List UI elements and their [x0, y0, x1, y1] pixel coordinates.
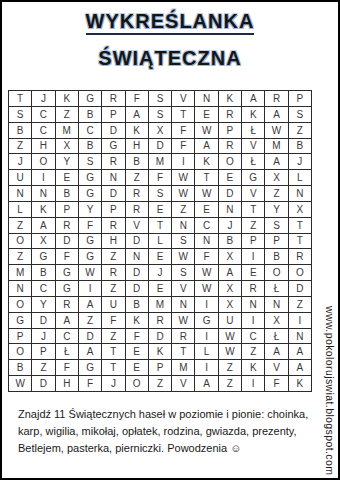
grid-cell[interactable]: I — [289, 313, 312, 329]
page-title-underlined-text: WYKREŚLANKA — [86, 10, 255, 35]
grid-cell[interactable]: E — [242, 265, 265, 281]
grid-cell[interactable]: W — [172, 170, 195, 186]
grid-cell[interactable]: I — [242, 249, 265, 265]
grid-cell[interactable]: N — [242, 297, 265, 313]
grid-cell[interactable]: R — [242, 281, 265, 297]
grid-cell[interactable]: L — [149, 234, 172, 250]
grid-cell[interactable]: O — [9, 297, 32, 313]
grid-cell[interactable]: C — [32, 107, 55, 123]
grid-cell[interactable]: R — [219, 107, 242, 123]
grid-cell[interactable]: N — [9, 186, 32, 202]
grid-cell[interactable]: P — [219, 123, 242, 139]
grid-cell[interactable]: W — [195, 123, 218, 139]
grid-cell[interactable]: P — [56, 202, 79, 218]
grid-cell[interactable]: Z — [79, 313, 102, 329]
grid-cell[interactable]: F — [172, 139, 195, 155]
grid-cell[interactable]: G — [79, 91, 102, 107]
grid-cell[interactable]: R — [102, 91, 125, 107]
grid-cell[interactable]: K — [126, 313, 149, 329]
grid-cell[interactable]: T — [102, 344, 125, 360]
grid-cell[interactable]: X — [289, 202, 312, 218]
grid-cell[interactable]: E — [149, 249, 172, 265]
grid-cell[interactable]: Z — [102, 281, 125, 297]
grid-cell[interactable]: J — [32, 329, 55, 345]
grid-cell[interactable]: A — [195, 376, 218, 392]
grid-cell[interactable]: D — [102, 123, 125, 139]
grid-cell[interactable]: F — [265, 376, 288, 392]
grid-cell[interactable]: S — [172, 265, 195, 281]
grid-cell[interactable]: B — [126, 154, 149, 170]
grid-cell[interactable]: S — [265, 218, 288, 234]
grid-cell[interactable]: W — [195, 186, 218, 202]
grid-cell[interactable]: D — [32, 376, 55, 392]
grid-cell[interactable]: N — [289, 186, 312, 202]
grid-cell[interactable]: O — [265, 265, 288, 281]
grid-cell[interactable]: R — [102, 265, 125, 281]
grid-cell[interactable]: C — [32, 123, 55, 139]
grid-cell[interactable]: K — [32, 202, 55, 218]
grid-cell[interactable]: I — [79, 281, 102, 297]
grid-cell[interactable]: Z — [172, 202, 195, 218]
grid-cell[interactable]: U — [9, 170, 32, 186]
grid-cell[interactable]: W — [219, 329, 242, 345]
grid-cell[interactable]: K — [242, 107, 265, 123]
grid-cell[interactable]: X — [32, 234, 55, 250]
grid-cell[interactable]: D — [149, 329, 172, 345]
grid-cell[interactable]: W — [265, 123, 288, 139]
grid-cell[interactable]: E — [219, 170, 242, 186]
grid-cell[interactable]: U — [219, 313, 242, 329]
grid-cell[interactable]: P — [149, 360, 172, 376]
grid-cell[interactable]: X — [265, 313, 288, 329]
grid-cell[interactable]: T — [195, 170, 218, 186]
grid-cell[interactable]: A — [79, 344, 102, 360]
grid-cell[interactable]: G — [79, 249, 102, 265]
grid-cell[interactable]: K — [56, 91, 79, 107]
title-block: WYKREŚLANKA ŚWIĄTECZNA — [2, 10, 338, 70]
grid-cell[interactable]: A — [242, 91, 265, 107]
grid-cell[interactable]: J — [289, 154, 312, 170]
grid-cell[interactable]: R — [149, 313, 172, 329]
grid-cell[interactable]: Y — [56, 154, 79, 170]
grid-cell[interactable]: D — [126, 281, 149, 297]
grid-cell[interactable]: D — [32, 313, 55, 329]
grid-cell[interactable]: W — [219, 344, 242, 360]
grid-cell[interactable]: C — [56, 329, 79, 345]
grid-cell[interactable]: R — [102, 218, 125, 234]
grid-cell[interactable]: M — [149, 297, 172, 313]
grid-cell[interactable]: V — [172, 91, 195, 107]
grid-cell[interactable]: F — [126, 91, 149, 107]
grid-cell[interactable]: K — [242, 360, 265, 376]
grid-cell[interactable]: R — [265, 91, 288, 107]
grid-cell[interactable]: S — [289, 107, 312, 123]
grid-cell[interactable]: I — [242, 376, 265, 392]
grid-cell[interactable]: O — [9, 234, 32, 250]
grid-cell[interactable]: D — [126, 234, 149, 250]
grid-cell[interactable]: T — [172, 344, 195, 360]
grid-cell[interactable]: X — [149, 123, 172, 139]
grid-cell[interactable]: D — [102, 186, 125, 202]
grid-cell[interactable]: H — [32, 139, 55, 155]
word-grid: TJKGRFSVNKARPSCZBPASTERKASBCMCDKXFWPŁWZZ… — [8, 90, 312, 392]
grid-cell[interactable]: X — [219, 281, 242, 297]
grid-cell[interactable]: Z — [126, 170, 149, 186]
grid-cell[interactable]: W — [172, 249, 195, 265]
grid-cell[interactable]: Ł — [242, 154, 265, 170]
grid-cell[interactable]: T — [289, 234, 312, 250]
grid-cell[interactable]: G — [195, 313, 218, 329]
grid-cell[interactable]: C — [32, 281, 55, 297]
grid-cell[interactable]: C — [79, 123, 102, 139]
grid-cell[interactable]: Z — [9, 139, 32, 155]
grid-cell[interactable]: W — [172, 186, 195, 202]
grid-cell[interactable]: Z — [149, 376, 172, 392]
grid-cell[interactable]: Ł — [242, 123, 265, 139]
grid-cell[interactable]: W — [172, 313, 195, 329]
grid-cell[interactable]: A — [219, 265, 242, 281]
grid-cell[interactable]: Ł — [56, 344, 79, 360]
grid-cell[interactable]: D — [289, 281, 312, 297]
grid-cell[interactable]: I — [172, 154, 195, 170]
grid-cell[interactable]: P — [102, 107, 125, 123]
grid-cell[interactable]: J — [149, 265, 172, 281]
grid-cell[interactable]: J — [9, 154, 32, 170]
grid-cell[interactable]: F — [172, 123, 195, 139]
grid-cell[interactable]: B — [56, 186, 79, 202]
grid-cell[interactable]: I — [195, 297, 218, 313]
grid-cell[interactable]: S — [79, 154, 102, 170]
grid-cell[interactable]: O — [9, 344, 32, 360]
grid-cell[interactable]: V — [172, 281, 195, 297]
grid-cell[interactable]: Z — [56, 107, 79, 123]
grid-cell[interactable]: M — [172, 360, 195, 376]
grid-cell[interactable]: F — [149, 170, 172, 186]
grid-cell[interactable]: Z — [9, 218, 32, 234]
grid-cell[interactable]: A — [289, 344, 312, 360]
instructions-text: Znajdź 11 Świątecznych haseł w poziomie … — [18, 406, 318, 457]
grid-cell[interactable]: E — [56, 170, 79, 186]
grid-cell[interactable]: H — [56, 376, 79, 392]
puzzle-page: WYKREŚLANKA ŚWIĄTECZNA TJKGRFSVNKARPSCZB… — [0, 0, 340, 480]
grid-cell[interactable]: T — [149, 218, 172, 234]
grid-cell[interactable]: V — [172, 376, 195, 392]
grid-cell[interactable]: P — [242, 234, 265, 250]
grid-cell[interactable]: N — [195, 234, 218, 250]
grid-cell[interactable]: X — [56, 139, 79, 155]
grid-cell[interactable]: N — [289, 329, 312, 345]
grid-cell[interactable]: R — [56, 218, 79, 234]
grid-cell[interactable]: B — [79, 107, 102, 123]
grid-cell[interactable]: R — [219, 139, 242, 155]
grid-cell[interactable]: P — [102, 202, 125, 218]
grid-cell[interactable]: M — [56, 123, 79, 139]
grid-cell[interactable]: V — [242, 139, 265, 155]
grid-cell[interactable]: D — [56, 234, 79, 250]
grid-cell[interactable]: G — [32, 249, 55, 265]
grid-cell[interactable]: X — [265, 170, 288, 186]
grid-cell[interactable]: R — [289, 249, 312, 265]
grid-cell[interactable]: W — [79, 265, 102, 281]
grid-cell[interactable]: F — [79, 218, 102, 234]
grid-cell[interactable]: W — [9, 376, 32, 392]
grid-cell[interactable]: G — [242, 170, 265, 186]
grid-cell[interactable]: V — [242, 186, 265, 202]
grid-cell[interactable]: M — [149, 154, 172, 170]
grid-cell[interactable]: Z — [219, 376, 242, 392]
grid-cell[interactable]: B — [32, 265, 55, 281]
grid-cell[interactable]: I — [195, 329, 218, 345]
grid-cell[interactable]: B — [9, 360, 32, 376]
grid-cell[interactable]: V — [126, 218, 149, 234]
grid-cell[interactable]: A — [289, 360, 312, 376]
grid-cell[interactable]: O — [219, 154, 242, 170]
grid-cell[interactable]: O — [289, 265, 312, 281]
grid-cell[interactable]: B — [265, 249, 288, 265]
grid-cell[interactable]: P — [32, 344, 55, 360]
grid-cell[interactable]: R — [102, 154, 125, 170]
grid-cell[interactable]: Ł — [265, 329, 288, 345]
grid-cell[interactable]: L — [195, 344, 218, 360]
grid-cell[interactable]: N — [172, 218, 195, 234]
grid-cell[interactable]: Ł — [265, 281, 288, 297]
grid-cell[interactable]: G — [56, 281, 79, 297]
grid-cell[interactable]: G — [79, 186, 102, 202]
grid-cell[interactable]: N — [102, 170, 125, 186]
grid-cell[interactable]: P — [289, 91, 312, 107]
grid-cell[interactable]: C — [242, 329, 265, 345]
grid-cell[interactable]: K — [195, 154, 218, 170]
grid-cell[interactable]: B — [79, 139, 102, 155]
grid-cell[interactable]: Z — [9, 249, 32, 265]
grid-cell[interactable]: J — [219, 218, 242, 234]
grid-cell[interactable]: T — [102, 360, 125, 376]
grid-cell[interactable]: R — [126, 186, 149, 202]
grid-cell[interactable]: K — [149, 344, 172, 360]
grid-cell[interactable]: V — [265, 360, 288, 376]
grid-cell[interactable]: W — [195, 265, 218, 281]
grid-cell[interactable]: Z — [265, 186, 288, 202]
grid-cell[interactable]: N — [9, 281, 32, 297]
grid-cell[interactable]: B — [126, 297, 149, 313]
grid-cell[interactable]: P — [9, 329, 32, 345]
grid-cell[interactable]: Z — [32, 360, 55, 376]
grid-cell[interactable]: D — [79, 329, 102, 345]
grid-cell[interactable]: Y — [32, 297, 55, 313]
grid-cell[interactable]: F — [126, 329, 149, 345]
grid-cell[interactable]: I — [242, 313, 265, 329]
grid-cell[interactable]: N — [126, 249, 149, 265]
grid-cell[interactable]: T — [289, 218, 312, 234]
grid-cell[interactable]: J — [32, 91, 55, 107]
grid-cell[interactable]: T — [172, 107, 195, 123]
grid-cell[interactable]: B — [219, 234, 242, 250]
grid-cell[interactable]: H — [126, 139, 149, 155]
grid-cell[interactable]: B — [9, 123, 32, 139]
grid-cell[interactable]: B — [289, 139, 312, 155]
grid-cell[interactable]: Z — [219, 360, 242, 376]
grid-cell[interactable]: Z — [102, 249, 125, 265]
grid-cell[interactable]: E — [195, 107, 218, 123]
grid-cell[interactable]: A — [265, 107, 288, 123]
grid-cell[interactable]: Y — [265, 202, 288, 218]
grid-cell[interactable]: A — [265, 154, 288, 170]
grid-cell[interactable]: O — [32, 154, 55, 170]
grid-cell[interactable]: L — [9, 202, 32, 218]
grid-cell[interactable]: F — [56, 360, 79, 376]
grid-cell[interactable]: A — [56, 313, 79, 329]
grid-cell[interactable]: N — [219, 202, 242, 218]
grid-cell[interactable]: F — [102, 313, 125, 329]
grid-cell[interactable]: Z — [289, 123, 312, 139]
grid-cell[interactable]: N — [265, 297, 288, 313]
grid-cell[interactable]: Z — [242, 344, 265, 360]
grid-cell[interactable]: Y — [79, 202, 102, 218]
grid-cell[interactable]: K — [219, 91, 242, 107]
page-title-line1: WYKREŚLANKA — [2, 10, 338, 33]
grid-cell[interactable]: A — [32, 218, 55, 234]
grid-cell[interactable]: N — [32, 186, 55, 202]
grid-cell[interactable]: H — [102, 234, 125, 250]
grid-cell[interactable]: S — [149, 107, 172, 123]
grid-cell[interactable]: P — [265, 234, 288, 250]
grid-cell[interactable]: X — [219, 297, 242, 313]
grid-cell[interactable]: F — [56, 249, 79, 265]
grid-cell[interactable]: X — [219, 249, 242, 265]
grid-cell[interactable]: I — [195, 360, 218, 376]
grid-cell[interactable]: K — [289, 376, 312, 392]
grid-cell[interactable]: N — [172, 297, 195, 313]
grid-cell[interactable]: F — [79, 376, 102, 392]
grid-cell[interactable]: D — [149, 139, 172, 155]
grid-cell[interactable]: Z — [242, 218, 265, 234]
grid-cell[interactable]: K — [126, 123, 149, 139]
grid-cell[interactable]: U — [102, 297, 125, 313]
grid-cell[interactable]: D — [219, 186, 242, 202]
grid-cell[interactable]: I — [32, 170, 55, 186]
watermark-url: www.pokolorujswiat.blogspot.com — [324, 306, 336, 475]
grid-cell[interactable]: Z — [102, 329, 125, 345]
grid-cell[interactable]: E — [195, 202, 218, 218]
grid-cell[interactable]: S — [149, 186, 172, 202]
grid-cell[interactable]: A — [195, 139, 218, 155]
grid-cell[interactable]: M — [9, 265, 32, 281]
grid-cell[interactable]: E — [149, 281, 172, 297]
grid-cell[interactable]: E — [149, 202, 172, 218]
grid-cell[interactable]: S — [9, 107, 32, 123]
grid-cell[interactable]: G — [56, 265, 79, 281]
grid-cell[interactable]: O — [126, 376, 149, 392]
grid-cell[interactable]: J — [102, 376, 125, 392]
grid-cell[interactable]: M — [265, 139, 288, 155]
grid-cell[interactable]: G — [9, 313, 32, 329]
grid-cell[interactable]: G — [79, 170, 102, 186]
grid-cell[interactable]: S — [172, 234, 195, 250]
grid-cell[interactable]: N — [195, 91, 218, 107]
grid-cell[interactable]: A — [126, 107, 149, 123]
grid-cell[interactable]: G — [102, 139, 125, 155]
grid-cell[interactable]: Z — [289, 297, 312, 313]
grid-cell[interactable]: A — [265, 344, 288, 360]
grid-cell[interactable]: E — [126, 360, 149, 376]
grid-cell[interactable]: G — [79, 360, 102, 376]
grid-cell[interactable]: S — [149, 91, 172, 107]
grid-cell[interactable]: R — [56, 297, 79, 313]
grid-cell[interactable]: L — [289, 170, 312, 186]
grid-cell[interactable]: R — [172, 329, 195, 345]
grid-cell[interactable]: R — [126, 202, 149, 218]
grid-cell[interactable]: W — [195, 281, 218, 297]
grid-cell[interactable]: F — [195, 249, 218, 265]
grid-cell[interactable]: C — [195, 218, 218, 234]
grid-cell[interactable]: T — [242, 202, 265, 218]
grid-cell[interactable]: D — [126, 265, 149, 281]
grid-cell[interactable]: A — [79, 297, 102, 313]
grid-cell[interactable]: T — [9, 91, 32, 107]
grid-cell[interactable]: G — [79, 234, 102, 250]
grid-cell[interactable]: E — [126, 344, 149, 360]
page-title-line2: ŚWIĄTECZNA — [2, 47, 338, 70]
